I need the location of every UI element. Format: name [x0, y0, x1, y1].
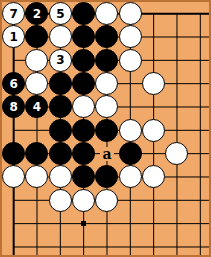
intersection-r5c5: [95, 95, 118, 118]
intersection-r11c9: [189, 235, 211, 257]
white-stone: [119, 165, 142, 188]
intersection-r11c4: [72, 235, 95, 257]
white-stone: [72, 189, 95, 212]
intersection-r6c8: [165, 119, 188, 142]
intersection-r2c8: [165, 25, 188, 48]
intersection-r7c9: [189, 142, 211, 165]
white-stone-move-7: 7: [2, 2, 25, 25]
intersection-r7c1: [2, 142, 25, 165]
black-stone: [95, 25, 118, 48]
black-stone: [95, 165, 118, 188]
intersection-r10c5: [95, 212, 118, 235]
white-stone: [142, 119, 165, 142]
intersection-r8c3: [49, 165, 72, 188]
intersection-r1c1: 7: [2, 2, 25, 25]
white-stone: [119, 25, 142, 48]
intersection-r1c2: 2: [25, 2, 48, 25]
black-stone: [119, 142, 142, 165]
white-stone-move-3: 3: [49, 49, 72, 72]
intersection-r6c7: [142, 119, 165, 142]
black-stone: [25, 142, 48, 165]
intersection-r3c3: 3: [49, 49, 72, 72]
black-stone: [72, 142, 95, 165]
intersection-r3c4: [72, 49, 95, 72]
intersection-r7c2: [25, 142, 48, 165]
intersection-r1c6: [119, 2, 142, 25]
intersection-r1c3: 5: [49, 2, 72, 25]
intersection-r2c9: [189, 25, 211, 48]
white-stone: [2, 165, 25, 188]
white-stone: [95, 189, 118, 212]
intersection-r5c1: 8: [2, 95, 25, 118]
intersection-r7c5: a: [95, 142, 118, 165]
intersection-r3c9: [189, 49, 211, 72]
intersection-r6c5: [95, 119, 118, 142]
black-stone-move-8: 8: [2, 95, 25, 118]
intersection-r4c9: [189, 72, 211, 95]
intersection-r6c4: [72, 119, 95, 142]
white-stone: [49, 25, 72, 48]
white-stone: [119, 49, 142, 72]
intersection-r11c7: [142, 235, 165, 257]
black-stone-move-6: 6: [2, 72, 25, 95]
intersection-r8c9: [189, 165, 211, 188]
intersection-r2c1: 1: [2, 25, 25, 48]
intersection-r1c9: [189, 2, 211, 25]
intersection-r2c4: [72, 25, 95, 48]
intersection-r3c5: [95, 49, 118, 72]
intersection-r5c6: [119, 95, 142, 118]
intersection-r6c1: [2, 119, 25, 142]
intersection-r9c7: [142, 189, 165, 212]
white-stone-move-1: 1: [2, 25, 25, 48]
intersection-r9c4: [72, 189, 95, 212]
intersection-r7c6: [119, 142, 142, 165]
black-stone-move-4: 4: [25, 95, 48, 118]
intersection-r5c8: [165, 95, 188, 118]
intersection-r1c8: [165, 2, 188, 25]
intersection-r9c9: [189, 189, 211, 212]
intersection-r5c3: [49, 95, 72, 118]
white-stone: [95, 72, 118, 95]
intersection-r6c9: [189, 119, 211, 142]
intersection-r1c4: [72, 2, 95, 25]
intersection-r3c6: [119, 49, 142, 72]
intersection-r9c6: [119, 189, 142, 212]
intersection-r11c6: [119, 235, 142, 257]
intersection-r8c5: [95, 165, 118, 188]
intersection-r5c7: [142, 95, 165, 118]
white-stone: [25, 49, 48, 72]
intersection-r6c3: [49, 119, 72, 142]
intersection-r3c7: [142, 49, 165, 72]
intersection-r7c8: [165, 142, 188, 165]
intersection-r9c8: [165, 189, 188, 212]
black-stone: [49, 72, 72, 95]
intersection-r2c3: [49, 25, 72, 48]
intersection-r11c2: [25, 235, 48, 257]
black-stone: [72, 119, 95, 142]
intersection-r2c6: [119, 25, 142, 48]
intersection-r6c2: [25, 119, 48, 142]
go-intersections: 72513684a: [2, 2, 211, 257]
black-stone: [72, 49, 95, 72]
intersection-r4c7: [142, 72, 165, 95]
black-stone: [72, 25, 95, 48]
white-stone: [165, 142, 188, 165]
intersection-r7c3: [49, 142, 72, 165]
intersection-r10c4: [72, 212, 95, 235]
go-board: 72513684a: [0, 0, 211, 257]
point-label-a: a: [100, 147, 113, 161]
intersection-r11c5: [95, 235, 118, 257]
intersection-r3c1: [2, 49, 25, 72]
black-stone: [72, 72, 95, 95]
intersection-r10c2: [25, 212, 48, 235]
intersection-r8c6: [119, 165, 142, 188]
white-stone: [119, 2, 142, 25]
intersection-r10c7: [142, 212, 165, 235]
intersection-r7c4: [72, 142, 95, 165]
intersection-r1c7: [142, 2, 165, 25]
white-stone-move-5: 5: [49, 2, 72, 25]
white-stone: [142, 72, 165, 95]
black-stone: [25, 25, 48, 48]
intersection-r3c2: [25, 49, 48, 72]
intersection-r9c5: [95, 189, 118, 212]
intersection-r3c8: [165, 49, 188, 72]
intersection-r4c1: 6: [2, 72, 25, 95]
intersection-r8c1: [2, 165, 25, 188]
white-stone: [25, 165, 48, 188]
intersection-r8c2: [25, 165, 48, 188]
intersection-r9c1: [2, 189, 25, 212]
white-stone: [95, 2, 118, 25]
intersection-r9c2: [25, 189, 48, 212]
intersection-r2c5: [95, 25, 118, 48]
intersection-r8c7: [142, 165, 165, 188]
intersection-r4c2: [25, 72, 48, 95]
intersection-r2c2: [25, 25, 48, 48]
intersection-r4c5: [95, 72, 118, 95]
white-stone: [142, 165, 165, 188]
intersection-r10c3: [49, 212, 72, 235]
black-stone: [72, 2, 95, 25]
intersection-r7c7: [142, 142, 165, 165]
intersection-r11c3: [49, 235, 72, 257]
white-stone: [95, 95, 118, 118]
intersection-r5c2: 4: [25, 95, 48, 118]
intersection-r10c8: [165, 212, 188, 235]
intersection-r8c4: [72, 165, 95, 188]
intersection-r10c9: [189, 212, 211, 235]
intersection-r2c7: [142, 25, 165, 48]
white-stone: [49, 189, 72, 212]
intersection-r10c1: [2, 212, 25, 235]
white-stone: [25, 72, 48, 95]
black-stone: [49, 95, 72, 118]
white-stone: [119, 119, 142, 142]
intersection-r4c4: [72, 72, 95, 95]
black-stone: [49, 119, 72, 142]
intersection-r8c8: [165, 165, 188, 188]
black-stone: [95, 119, 118, 142]
star-point-icon: [81, 221, 86, 226]
intersection-r4c6: [119, 72, 142, 95]
black-stone: [49, 142, 72, 165]
white-stone: [49, 165, 72, 188]
black-stone-move-2: 2: [25, 2, 48, 25]
intersection-r11c1: [2, 235, 25, 257]
intersection-r1c5: [95, 2, 118, 25]
black-stone: [95, 49, 118, 72]
intersection-r5c9: [189, 95, 211, 118]
intersection-r4c3: [49, 72, 72, 95]
intersection-r11c8: [165, 235, 188, 257]
intersection-r5c4: [72, 95, 95, 118]
intersection-r9c3: [49, 189, 72, 212]
white-stone: [72, 95, 95, 118]
intersection-r10c6: [119, 212, 142, 235]
black-stone: [72, 165, 95, 188]
intersection-r6c6: [119, 119, 142, 142]
intersection-r4c8: [165, 72, 188, 95]
black-stone: [2, 142, 25, 165]
